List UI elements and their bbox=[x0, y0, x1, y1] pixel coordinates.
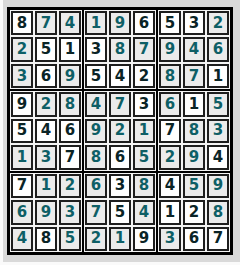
sudoku-box-2: 196387542 bbox=[84, 10, 156, 89]
cell-r5c2[interactable]: 4 bbox=[35, 119, 57, 143]
cell-r1c1[interactable]: 8 bbox=[11, 11, 33, 35]
cell-r8c4[interactable]: 7 bbox=[85, 200, 107, 224]
cell-r6c3[interactable]: 7 bbox=[59, 145, 81, 169]
cell-r8c9[interactable]: 8 bbox=[207, 200, 229, 224]
cell-r5c4[interactable]: 9 bbox=[85, 119, 107, 143]
cell-r9c4[interactable]: 2 bbox=[85, 227, 107, 251]
cell-r6c9[interactable]: 4 bbox=[207, 145, 229, 169]
cell-r8c3[interactable]: 3 bbox=[59, 200, 81, 224]
cell-r6c2[interactable]: 3 bbox=[35, 145, 57, 169]
sudoku-board: 8742513691963875425329468719285461374739… bbox=[7, 7, 233, 255]
cell-r3c4[interactable]: 5 bbox=[85, 64, 107, 88]
cell-r1c9[interactable]: 2 bbox=[207, 11, 229, 35]
cell-r5c6[interactable]: 1 bbox=[133, 119, 155, 143]
cell-r8c8[interactable]: 2 bbox=[183, 200, 205, 224]
cell-r3c7[interactable]: 8 bbox=[159, 64, 181, 88]
cell-r4c6[interactable]: 3 bbox=[133, 92, 155, 116]
cell-r7c6[interactable]: 8 bbox=[133, 174, 155, 198]
sudoku-box-6: 615783294 bbox=[158, 91, 230, 170]
cell-r9c3[interactable]: 5 bbox=[59, 227, 81, 251]
cell-r7c4[interactable]: 6 bbox=[85, 174, 107, 198]
cell-r5c8[interactable]: 8 bbox=[183, 119, 205, 143]
cell-r1c2[interactable]: 7 bbox=[35, 11, 57, 35]
cell-r9c6[interactable]: 9 bbox=[133, 227, 155, 251]
cell-r9c9[interactable]: 7 bbox=[207, 227, 229, 251]
cell-r4c7[interactable]: 6 bbox=[159, 92, 181, 116]
cell-r8c1[interactable]: 6 bbox=[11, 200, 33, 224]
cell-r7c8[interactable]: 5 bbox=[183, 174, 205, 198]
cell-r5c3[interactable]: 6 bbox=[59, 119, 81, 143]
cell-r1c3[interactable]: 4 bbox=[59, 11, 81, 35]
cell-r4c3[interactable]: 8 bbox=[59, 92, 81, 116]
cell-r8c2[interactable]: 9 bbox=[35, 200, 57, 224]
cell-r5c9[interactable]: 3 bbox=[207, 119, 229, 143]
cell-r9c8[interactable]: 6 bbox=[183, 227, 205, 251]
cell-r6c7[interactable]: 2 bbox=[159, 145, 181, 169]
cell-r8c7[interactable]: 1 bbox=[159, 200, 181, 224]
cell-r3c3[interactable]: 9 bbox=[59, 64, 81, 88]
cell-r1c6[interactable]: 6 bbox=[133, 11, 155, 35]
cell-r3c9[interactable]: 1 bbox=[207, 64, 229, 88]
cell-r7c1[interactable]: 7 bbox=[11, 174, 33, 198]
sudoku-box-5: 473921865 bbox=[84, 91, 156, 170]
cell-r4c8[interactable]: 1 bbox=[183, 92, 205, 116]
cell-r1c4[interactable]: 1 bbox=[85, 11, 107, 35]
cell-r2c8[interactable]: 4 bbox=[183, 37, 205, 61]
cell-r2c1[interactable]: 2 bbox=[11, 37, 33, 61]
cell-r7c2[interactable]: 1 bbox=[35, 174, 57, 198]
cell-r1c5[interactable]: 9 bbox=[109, 11, 131, 35]
sudoku-box-8: 638754219 bbox=[84, 173, 156, 252]
cell-r9c1[interactable]: 4 bbox=[11, 227, 33, 251]
cell-r3c8[interactable]: 7 bbox=[183, 64, 205, 88]
cell-r4c5[interactable]: 7 bbox=[109, 92, 131, 116]
cell-r5c7[interactable]: 7 bbox=[159, 119, 181, 143]
sudoku-box-4: 928546137 bbox=[10, 91, 82, 170]
cell-r2c4[interactable]: 3 bbox=[85, 37, 107, 61]
cell-r5c5[interactable]: 2 bbox=[109, 119, 131, 143]
cell-r6c1[interactable]: 1 bbox=[11, 145, 33, 169]
cell-r4c9[interactable]: 5 bbox=[207, 92, 229, 116]
cell-r9c7[interactable]: 3 bbox=[159, 227, 181, 251]
cell-r2c7[interactable]: 9 bbox=[159, 37, 181, 61]
sudoku-box-7: 712693485 bbox=[10, 173, 82, 252]
sudoku-box-3: 532946871 bbox=[158, 10, 230, 89]
cell-r7c3[interactable]: 2 bbox=[59, 174, 81, 198]
cell-r4c2[interactable]: 2 bbox=[35, 92, 57, 116]
cell-r7c5[interactable]: 3 bbox=[109, 174, 131, 198]
cell-r7c9[interactable]: 9 bbox=[207, 174, 229, 198]
cell-r3c5[interactable]: 4 bbox=[109, 64, 131, 88]
cell-r5c1[interactable]: 5 bbox=[11, 119, 33, 143]
cell-r1c7[interactable]: 5 bbox=[159, 11, 181, 35]
sudoku-box-1: 874251369 bbox=[10, 10, 82, 89]
cell-r6c6[interactable]: 5 bbox=[133, 145, 155, 169]
cell-r8c5[interactable]: 5 bbox=[109, 200, 131, 224]
cell-r8c6[interactable]: 4 bbox=[133, 200, 155, 224]
cell-r4c4[interactable]: 4 bbox=[85, 92, 107, 116]
cell-r2c5[interactable]: 8 bbox=[109, 37, 131, 61]
cell-r4c1[interactable]: 9 bbox=[11, 92, 33, 116]
cell-r2c6[interactable]: 7 bbox=[133, 37, 155, 61]
cell-r6c4[interactable]: 8 bbox=[85, 145, 107, 169]
cell-r1c8[interactable]: 3 bbox=[183, 11, 205, 35]
cell-r9c2[interactable]: 8 bbox=[35, 227, 57, 251]
cell-r2c9[interactable]: 6 bbox=[207, 37, 229, 61]
cell-r6c5[interactable]: 6 bbox=[109, 145, 131, 169]
cell-r7c7[interactable]: 4 bbox=[159, 174, 181, 198]
sudoku-box-9: 459128367 bbox=[158, 173, 230, 252]
cell-r2c2[interactable]: 5 bbox=[35, 37, 57, 61]
cell-r6c8[interactable]: 9 bbox=[183, 145, 205, 169]
cell-r3c1[interactable]: 3 bbox=[11, 64, 33, 88]
cell-r2c3[interactable]: 1 bbox=[59, 37, 81, 61]
cell-r3c6[interactable]: 2 bbox=[133, 64, 155, 88]
cell-r3c2[interactable]: 6 bbox=[35, 64, 57, 88]
cell-r9c5[interactable]: 1 bbox=[109, 227, 131, 251]
